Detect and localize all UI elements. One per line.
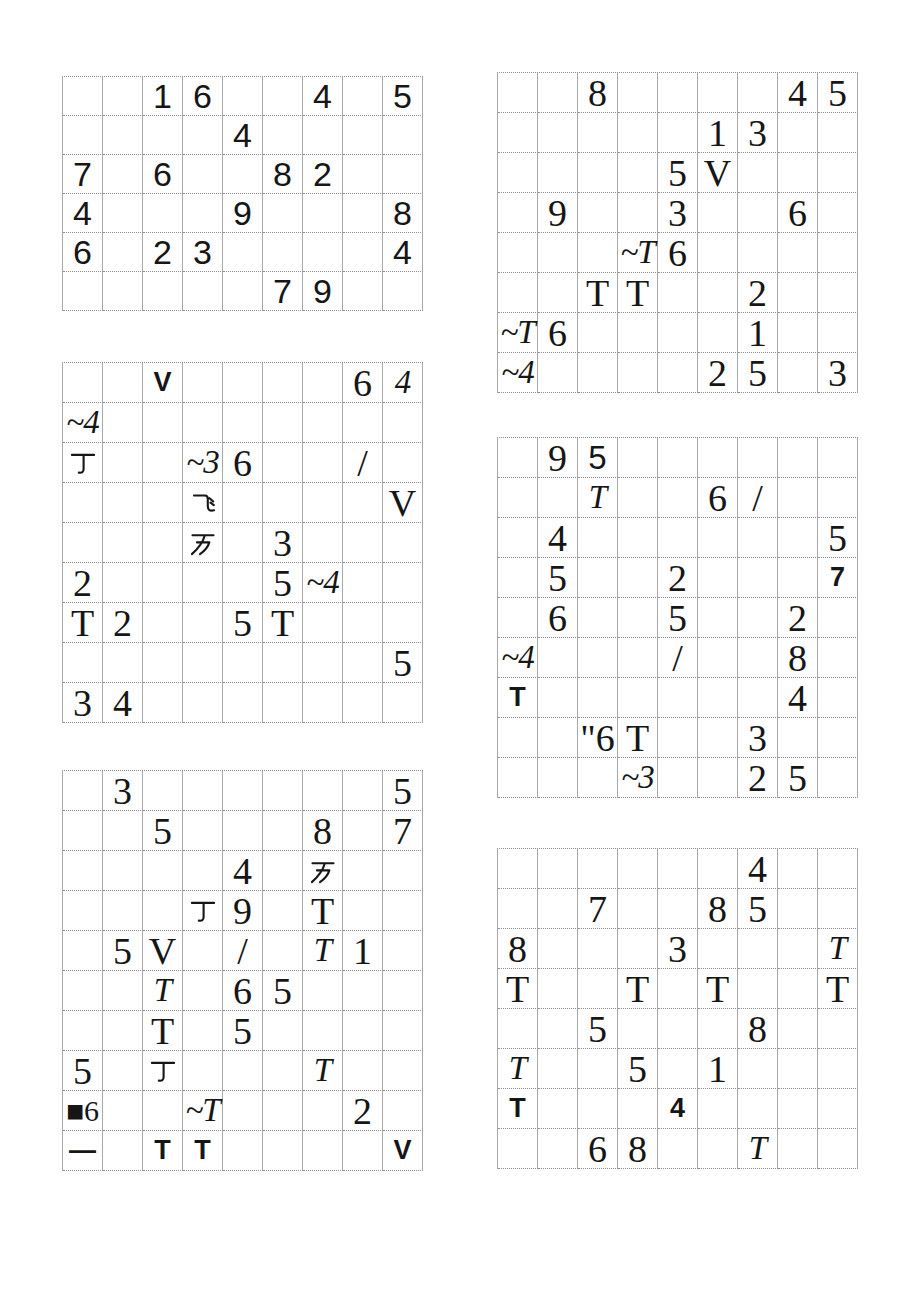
grid-5-cell-r2c7: / — [738, 478, 778, 518]
grid-5-cell-r4c1 — [498, 558, 538, 598]
grid-4-cell-r7c9 — [818, 313, 858, 353]
cjk-dai-glyph — [188, 528, 218, 558]
grid-2-cell-r6c2 — [103, 563, 143, 603]
grid-5-cell-r3c3 — [578, 518, 618, 558]
grid-4-cell-r8c8 — [778, 353, 818, 393]
grid-3-cell-r7c6 — [263, 1011, 303, 1051]
grid-5-cell-r7c6 — [698, 678, 738, 718]
grid-1-cell-r6c7: 9 — [303, 272, 343, 311]
grid-3-cell-r10c5 — [223, 1131, 263, 1171]
grid-4-cell-r5c6 — [698, 233, 738, 273]
grid-2-cell-r9c3 — [143, 683, 183, 723]
grid-5-cell-r6c6 — [698, 638, 738, 678]
grid-2-cell-r2c1: ~4 — [63, 403, 103, 443]
grid-2-cell-r7c9 — [383, 603, 423, 643]
grid-6-cell-r7c3 — [578, 1089, 618, 1129]
grid-4-cell-r3c3 — [578, 153, 618, 193]
grid-6-cell-r7c2 — [538, 1089, 578, 1129]
grid-6-cell-r8c4: 8 — [618, 1129, 658, 1169]
grid-3-cell-r5c2: 5 — [103, 931, 143, 971]
grid-4-cell-r1c6 — [698, 73, 738, 113]
grid-2-cell-r2c3 — [143, 403, 183, 443]
grid-5-cell-r2c1 — [498, 478, 538, 518]
grid-3-cell-r5c8: 1 — [343, 931, 383, 971]
grid-1-cell-r5c3: 2 — [143, 233, 183, 272]
grid-2-cell-r7c4 — [183, 603, 223, 643]
grid-2-cell-r4c1 — [63, 483, 103, 523]
grid-3-cell-r6c1 — [63, 971, 103, 1011]
grid-4-cell-r5c5: 6 — [658, 233, 698, 273]
grid-1-cell-r1c9: 5 — [383, 77, 423, 116]
grid-2-cell-r7c3 — [143, 603, 183, 643]
grid-2-cell-r8c2 — [103, 643, 143, 683]
grid-3-cell-r9c6 — [263, 1091, 303, 1131]
grid-4-cell-r6c5 — [658, 273, 698, 313]
grid-5-cell-r8c9 — [818, 718, 858, 758]
grid-5-cell-r5c6 — [698, 598, 738, 638]
grid-4-cell-r3c2 — [538, 153, 578, 193]
grid-3-cell-r10c8 — [343, 1131, 383, 1171]
grid-4-cell-r6c7: 2 — [738, 273, 778, 313]
grid-1-cell-r1c2 — [103, 77, 143, 116]
grid-5-cell-r9c6 — [698, 758, 738, 798]
grid-2-cell-r5c8 — [343, 523, 383, 563]
grid-2-cell-r1c1 — [63, 363, 103, 403]
grid-6-cell-r6c9 — [818, 1049, 858, 1089]
grid-4-cell-r7c5 — [658, 313, 698, 353]
grid-1-cell-r3c4 — [183, 155, 223, 194]
grid-3-cell-r9c5 — [223, 1091, 263, 1131]
grid-3-cell-r4c2 — [103, 891, 143, 931]
grid-5-cell-r4c5: 2 — [658, 558, 698, 598]
sudoku-grid-4: 845135V936~T6TT2~T61~4253 — [497, 72, 858, 393]
grid-6-cell-r8c3: 6 — [578, 1129, 618, 1169]
grid-4-cell-r8c5 — [658, 353, 698, 393]
grid-4-cell-r1c8: 4 — [778, 73, 818, 113]
grid-3-cell-r10c6 — [263, 1131, 303, 1171]
grid-5-cell-r8c1 — [498, 718, 538, 758]
grid-5-cell-r6c2 — [538, 638, 578, 678]
grid-5-cell-r3c9: 5 — [818, 518, 858, 558]
grid-5-cell-r8c4: T — [618, 718, 658, 758]
grid-1-cell-r2c7 — [303, 116, 343, 155]
grid-2-cell-r4c9: V — [383, 483, 423, 523]
grid-6-cell-r2c1 — [498, 889, 538, 929]
grid-4-cell-r2c5 — [658, 113, 698, 153]
grid-2-cell-r1c5 — [223, 363, 263, 403]
grid-3-cell-r3c8 — [343, 851, 383, 891]
grid-5-cell-r4c9: 7 — [818, 558, 858, 598]
grid-3-cell-r10c1: — — [63, 1131, 103, 1171]
grid-2-cell-r5c4 — [183, 523, 223, 563]
grid-6-cell-r1c4 — [618, 849, 658, 889]
grid-3-cell-r3c2 — [103, 851, 143, 891]
grid-5-cell-r9c8: 5 — [778, 758, 818, 798]
grid-4-cell-r8c2 — [538, 353, 578, 393]
grid-5-cell-r1c9 — [818, 438, 858, 478]
grid-2-cell-r5c7 — [303, 523, 343, 563]
grid-4-cell-r4c5: 3 — [658, 193, 698, 233]
grid-1-cell-r5c4: 3 — [183, 233, 223, 272]
grid-5-cell-r5c7 — [738, 598, 778, 638]
grid-5-cell-r1c2: 9 — [538, 438, 578, 478]
grid-4-cell-r5c7 — [738, 233, 778, 273]
grid-4-cell-r8c3 — [578, 353, 618, 393]
grid-5-cell-r9c1 — [498, 758, 538, 798]
grid-3-cell-r9c1: ■6 — [63, 1091, 103, 1131]
grid-4-cell-r7c4 — [618, 313, 658, 353]
grid-3-cell-r1c9: 5 — [383, 771, 423, 811]
grid-5-cell-r9c7: 2 — [738, 758, 778, 798]
grid-4-cell-r8c7: 5 — [738, 353, 778, 393]
grid-5-cell-r5c1 — [498, 598, 538, 638]
grid-2-cell-r8c9: 5 — [383, 643, 423, 683]
grid-5-cell-r7c9 — [818, 678, 858, 718]
grid-1-cell-r6c4 — [183, 272, 223, 311]
grid-3-cell-r8c5 — [223, 1051, 263, 1091]
grid-2-cell-r1c7 — [303, 363, 343, 403]
grid-3-cell-r2c7: 8 — [303, 811, 343, 851]
grid-3-cell-r1c2: 3 — [103, 771, 143, 811]
grid-3-cell-r7c4 — [183, 1011, 223, 1051]
grid-4-cell-r1c1 — [498, 73, 538, 113]
grid-5-cell-r2c9 — [818, 478, 858, 518]
grid-6-cell-r6c6: 1 — [698, 1049, 738, 1089]
grid-4-cell-r5c3 — [578, 233, 618, 273]
grid-6-cell-r3c6 — [698, 929, 738, 969]
grid-2-cell-r8c3 — [143, 643, 183, 683]
grid-2-cell-r6c7: ~4 — [303, 563, 343, 603]
grid-5-cell-r4c8 — [778, 558, 818, 598]
grid-6-cell-r1c6 — [698, 849, 738, 889]
grid-6-cell-r1c1 — [498, 849, 538, 889]
grid-3-cell-r1c6 — [263, 771, 303, 811]
grid-6-cell-r7c1: T — [498, 1089, 538, 1129]
grid-1-cell-r6c3 — [143, 272, 183, 311]
grid-6-cell-r4c5 — [658, 969, 698, 1009]
grid-6-cell-r3c9: T — [818, 929, 858, 969]
grid-2-cell-r2c8 — [343, 403, 383, 443]
grid-6-cell-r5c9 — [818, 1009, 858, 1049]
sudoku-grid-6: 478583TTTTT58T51T468T — [497, 848, 858, 1169]
grid-4-cell-r6c9 — [818, 273, 858, 313]
grid-1-cell-r6c9 — [383, 272, 423, 311]
grid-5-cell-r3c7 — [738, 518, 778, 558]
grid-1-cell-r1c5 — [223, 77, 263, 116]
grid-5-cell-r1c7 — [738, 438, 778, 478]
grid-6-cell-r5c4 — [618, 1009, 658, 1049]
grid-1-cell-r4c5: 9 — [223, 194, 263, 233]
grid-2-cell-r9c7 — [303, 683, 343, 723]
grid-5-cell-r7c7 — [738, 678, 778, 718]
cjk-fei-glyph — [188, 488, 218, 518]
grid-4-cell-r7c8 — [778, 313, 818, 353]
grid-6-cell-r6c5 — [658, 1049, 698, 1089]
grid-6-cell-r8c9 — [818, 1129, 858, 1169]
grid-3-cell-r4c7: T — [303, 891, 343, 931]
grid-6-cell-r4c3 — [578, 969, 618, 1009]
grid-3-cell-r7c2 — [103, 1011, 143, 1051]
grid-1-cell-r1c6 — [263, 77, 303, 116]
grid-4-cell-r1c3: 8 — [578, 73, 618, 113]
grid-2-cell-r8c7 — [303, 643, 343, 683]
grid-3-cell-r9c8: 2 — [343, 1091, 383, 1131]
grid-4-cell-r7c6 — [698, 313, 738, 353]
grid-5-cell-r4c7 — [738, 558, 778, 598]
grid-2-cell-r3c8: / — [343, 443, 383, 483]
grid-3-cell-r7c3: T — [143, 1011, 183, 1051]
grid-1-cell-r4c8 — [343, 194, 383, 233]
grid-6-cell-r8c7: T — [738, 1129, 778, 1169]
grid-6-cell-r5c6 — [698, 1009, 738, 1049]
grid-4-cell-r3c8 — [778, 153, 818, 193]
grid-6-cell-r1c9 — [818, 849, 858, 889]
cjk-dai-glyph — [308, 856, 338, 886]
grid-2-cell-r3c2 — [103, 443, 143, 483]
grid-1-cell-r2c3 — [143, 116, 183, 155]
grid-4-cell-r6c8 — [778, 273, 818, 313]
grid-6-cell-r8c6 — [698, 1129, 738, 1169]
grid-4-cell-r5c9 — [818, 233, 858, 273]
grid-5-cell-r7c4 — [618, 678, 658, 718]
grid-5-cell-r7c2 — [538, 678, 578, 718]
grid-1-cell-r1c7: 4 — [303, 77, 343, 116]
grid-3-cell-r4c8 — [343, 891, 383, 931]
grid-5-cell-r4c4 — [618, 558, 658, 598]
grid-2-cell-r5c1 — [63, 523, 103, 563]
grid-3-cell-r2c2 — [103, 811, 143, 851]
grid-2-cell-r5c9 — [383, 523, 423, 563]
grid-1-cell-r5c1: 6 — [63, 233, 103, 272]
grid-6-cell-r6c4: 5 — [618, 1049, 658, 1089]
grid-3-cell-r4c3 — [143, 891, 183, 931]
grid-1-cell-r2c6 — [263, 116, 303, 155]
grid-3-cell-r3c1 — [63, 851, 103, 891]
grid-5-cell-r8c2 — [538, 718, 578, 758]
grid-3-cell-r8c4 — [183, 1051, 223, 1091]
grid-1-cell-r4c7 — [303, 194, 343, 233]
grid-5-cell-r3c2: 4 — [538, 518, 578, 558]
grid-5-cell-r3c6 — [698, 518, 738, 558]
scanned-sudoku-page: 164547682498623479 V64~4~36/V325~4T25T53… — [0, 0, 920, 1302]
grid-2-cell-r3c7 — [303, 443, 343, 483]
grid-4-cell-r8c1: ~4 — [498, 353, 538, 393]
grid-3-cell-r6c5: 6 — [223, 971, 263, 1011]
grid-5-cell-r5c8: 2 — [778, 598, 818, 638]
grid-6-cell-r2c3: 7 — [578, 889, 618, 929]
grid-2-cell-r6c6: 5 — [263, 563, 303, 603]
grid-6-cell-r2c2 — [538, 889, 578, 929]
grid-1-cell-r4c6 — [263, 194, 303, 233]
grid-5-cell-r7c8: 4 — [778, 678, 818, 718]
grid-6-cell-r2c4 — [618, 889, 658, 929]
grid-5-cell-r8c3: "6 — [578, 718, 618, 758]
grid-6-cell-r8c5 — [658, 1129, 698, 1169]
grid-2-cell-r6c3 — [143, 563, 183, 603]
grid-2-cell-r4c4 — [183, 483, 223, 523]
grid-4-cell-r6c1 — [498, 273, 538, 313]
grid-2-cell-r9c1: 3 — [63, 683, 103, 723]
grid-4-cell-r2c3 — [578, 113, 618, 153]
grid-3-cell-r9c7 — [303, 1091, 343, 1131]
grid-2-cell-r2c7 — [303, 403, 343, 443]
grid-2-cell-r4c7 — [303, 483, 343, 523]
grid-3-cell-r3c5: 4 — [223, 851, 263, 891]
grid-3-cell-r4c4 — [183, 891, 223, 931]
grid-1-cell-r3c3: 6 — [143, 155, 183, 194]
grid-5-cell-r4c2: 5 — [538, 558, 578, 598]
grid-3-cell-r1c8 — [343, 771, 383, 811]
grid-5-cell-r6c5: / — [658, 638, 698, 678]
grid-1-cell-r1c4: 6 — [183, 77, 223, 116]
grid-6-cell-r1c8 — [778, 849, 818, 889]
grid-4-cell-r1c7 — [738, 73, 778, 113]
grid-3-cell-r10c3: T — [143, 1131, 183, 1171]
grid-5-cell-r1c3: 5 — [578, 438, 618, 478]
grid-5-cell-r7c3 — [578, 678, 618, 718]
grid-5-cell-r9c9 — [818, 758, 858, 798]
grid-6-cell-r2c8 — [778, 889, 818, 929]
grid-1-cell-r2c8 — [343, 116, 383, 155]
grid-6-cell-r7c8 — [778, 1089, 818, 1129]
cjk-ding-glyph — [148, 1056, 178, 1086]
grid-2-cell-r1c6 — [263, 363, 303, 403]
grid-3-cell-r5c3: V — [143, 931, 183, 971]
grid-1-cell-r6c5 — [223, 272, 263, 311]
grid-4-cell-r2c7: 3 — [738, 113, 778, 153]
grid-5-cell-r5c4 — [618, 598, 658, 638]
cjk-ding-glyph — [68, 448, 98, 478]
grid-2-cell-r4c2 — [103, 483, 143, 523]
grid-3-cell-r5c9 — [383, 931, 423, 971]
grid-1-cell-r2c2 — [103, 116, 143, 155]
grid-5-cell-r5c3 — [578, 598, 618, 638]
grid-6-cell-r3c1: 8 — [498, 929, 538, 969]
grid-4-cell-r2c1 — [498, 113, 538, 153]
grid-2-cell-r3c9 — [383, 443, 423, 483]
grid-6-cell-r2c7: 5 — [738, 889, 778, 929]
grid-6-cell-r5c8 — [778, 1009, 818, 1049]
grid-5-cell-r5c5: 5 — [658, 598, 698, 638]
grid-1-cell-r5c9: 4 — [383, 233, 423, 272]
grid-3-cell-r8c6 — [263, 1051, 303, 1091]
grid-4-cell-r1c5 — [658, 73, 698, 113]
grid-4-cell-r5c8 — [778, 233, 818, 273]
grid-5-cell-r8c7: 3 — [738, 718, 778, 758]
grid-6-cell-r8c1 — [498, 1129, 538, 1169]
grid-6-cell-r1c5 — [658, 849, 698, 889]
grid-6-cell-r4c4: T — [618, 969, 658, 1009]
grid-3-cell-r7c8 — [343, 1011, 383, 1051]
grid-3-cell-r6c3: T — [143, 971, 183, 1011]
grid-3-cell-r9c9 — [383, 1091, 423, 1131]
grid-5-cell-r3c1 — [498, 518, 538, 558]
grid-4-cell-r6c6 — [698, 273, 738, 313]
grid-3-cell-r6c2 — [103, 971, 143, 1011]
grid-5-cell-r6c8: 8 — [778, 638, 818, 678]
grid-4-cell-r2c4 — [618, 113, 658, 153]
grid-2-cell-r8c5 — [223, 643, 263, 683]
grid-3-cell-r10c4: T — [183, 1131, 223, 1171]
grid-2-cell-r6c9 — [383, 563, 423, 603]
grid-5-cell-r1c8 — [778, 438, 818, 478]
grid-5-cell-r8c6 — [698, 718, 738, 758]
grid-3-cell-r8c2 — [103, 1051, 143, 1091]
grid-2-cell-r1c9: 4 — [383, 363, 423, 403]
grid-6-cell-r7c9 — [818, 1089, 858, 1129]
grid-3-cell-r5c7: T — [303, 931, 343, 971]
grid-3-cell-r5c5: / — [223, 931, 263, 971]
grid-1-cell-r5c6 — [263, 233, 303, 272]
grid-6-cell-r7c4 — [618, 1089, 658, 1129]
grid-2-cell-r4c6 — [263, 483, 303, 523]
grid-6-cell-r3c5: 3 — [658, 929, 698, 969]
grid-2-cell-r8c8 — [343, 643, 383, 683]
grid-6-cell-r5c7: 8 — [738, 1009, 778, 1049]
grid-2-cell-r3c3 — [143, 443, 183, 483]
sudoku-grid-3: 3558749T5V/T1T65T55T■6~T2—TTV — [62, 770, 423, 1171]
grid-3-cell-r3c7 — [303, 851, 343, 891]
grid-3-cell-r10c7 — [303, 1131, 343, 1171]
grid-4-cell-r5c1 — [498, 233, 538, 273]
grid-6-cell-r5c3: 5 — [578, 1009, 618, 1049]
grid-1-cell-r1c3: 1 — [143, 77, 183, 116]
grid-6-cell-r3c3 — [578, 929, 618, 969]
grid-6-cell-r6c3 — [578, 1049, 618, 1089]
sudoku-grid-5: 95T6/45527652~4/8T4"6T3~325 — [497, 437, 858, 798]
grid-5-cell-r3c4 — [618, 518, 658, 558]
grid-1-cell-r4c9: 8 — [383, 194, 423, 233]
grid-4-cell-r5c4: ~T — [618, 233, 658, 273]
grid-2-cell-r3c4: ~3 — [183, 443, 223, 483]
grid-2-cell-r9c4 — [183, 683, 223, 723]
cjk-ding-glyph — [188, 896, 218, 926]
grid-3-cell-r3c6 — [263, 851, 303, 891]
grid-3-cell-r9c2 — [103, 1091, 143, 1131]
grid-6-cell-r1c7: 4 — [738, 849, 778, 889]
grid-2-cell-r3c1 — [63, 443, 103, 483]
grid-2-cell-r8c4 — [183, 643, 223, 683]
grid-4-cell-r7c2: 6 — [538, 313, 578, 353]
grid-4-cell-r5c2 — [538, 233, 578, 273]
grid-5-cell-r2c2 — [538, 478, 578, 518]
grid-2-cell-r9c5 — [223, 683, 263, 723]
grid-2-cell-r6c4 — [183, 563, 223, 603]
grid-3-cell-r8c7: T — [303, 1051, 343, 1091]
sudoku-grid-1: 164547682498623479 — [62, 76, 423, 311]
grid-3-cell-r1c1 — [63, 771, 103, 811]
grid-3-cell-r3c4 — [183, 851, 223, 891]
grid-3-cell-r10c9: V — [383, 1131, 423, 1171]
grid-4-cell-r6c3: T — [578, 273, 618, 313]
grid-2-cell-r1c8: 6 — [343, 363, 383, 403]
grid-1-cell-r6c6: 7 — [263, 272, 303, 311]
grid-5-cell-r2c8 — [778, 478, 818, 518]
grid-6-cell-r5c2 — [538, 1009, 578, 1049]
grid-4-cell-r3c5: 5 — [658, 153, 698, 193]
grid-4-cell-r6c2 — [538, 273, 578, 313]
grid-3-cell-r7c1 — [63, 1011, 103, 1051]
grid-4-cell-r4c1 — [498, 193, 538, 233]
grid-2-cell-r2c5 — [223, 403, 263, 443]
grid-2-cell-r4c3 — [143, 483, 183, 523]
grid-3-cell-r8c9 — [383, 1051, 423, 1091]
grid-1-cell-r4c4 — [183, 194, 223, 233]
grid-5-cell-r6c4 — [618, 638, 658, 678]
grid-6-cell-r2c6: 8 — [698, 889, 738, 929]
grid-5-cell-r8c5 — [658, 718, 698, 758]
grid-6-cell-r2c9 — [818, 889, 858, 929]
